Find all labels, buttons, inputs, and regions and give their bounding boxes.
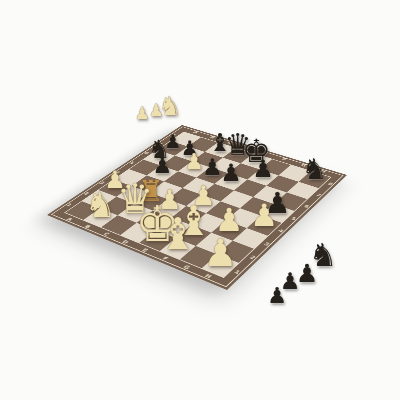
- black-pawn-offboard[interactable]: ♟: [267, 285, 287, 307]
- file-label-top-a: A: [192, 131, 199, 134]
- file-label-bottom-d: D: [121, 240, 130, 245]
- white-pawn-offboard[interactable]: ♟: [134, 105, 149, 122]
- file-label-top-f: F: [281, 158, 288, 162]
- black-pawn-e6[interactable]: ♟: [220, 162, 242, 186]
- rank-label-right-6: 6: [303, 204, 310, 208]
- white-bishop-f1[interactable]: ♝: [158, 212, 197, 256]
- file-label-bottom-g: G: [182, 265, 191, 271]
- rank-label-right-5: 5: [290, 216, 297, 221]
- file-label-bottom-c: C: [102, 232, 110, 237]
- white-knight-b1[interactable]: ♞: [85, 189, 116, 224]
- black-pawn-f7[interactable]: ♟: [252, 158, 274, 182]
- rank-label-right-8: 8: [327, 182, 334, 186]
- rank-label-right-7: 7: [315, 193, 322, 197]
- white-pawn-offboard[interactable]: ♟: [148, 102, 163, 119]
- white-pawn-h4[interactable]: ♟: [250, 200, 278, 231]
- rank-label-right-2: 2: [248, 255, 256, 260]
- file-label-bottom-a: A: [65, 217, 73, 222]
- white-pawn-h1[interactable]: ♟: [203, 234, 237, 272]
- black-knight-h8[interactable]: ♞: [301, 156, 327, 185]
- chess-set-photo: AABBCCDDEEFFGGHH8877665544332211 ♝♛♚♞♟♟♟…: [0, 0, 400, 400]
- rank-label-right-3: 3: [263, 242, 271, 247]
